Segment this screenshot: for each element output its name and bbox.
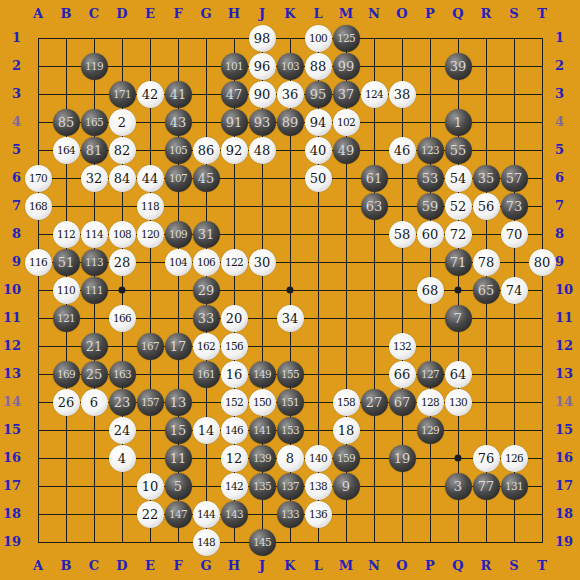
black-stone-P7-move-59[interactable]: 59 — [417, 193, 444, 220]
col-label-Q: Q — [444, 6, 472, 22]
row-label-12: 12 — [0, 332, 21, 360]
black-stone-F5-move-105[interactable]: 105 — [165, 137, 192, 164]
white-stone-H14-move-152[interactable]: 152 — [221, 389, 248, 416]
white-stone-E3-move-42[interactable]: 42 — [137, 81, 164, 108]
row-label-18: 18 — [0, 500, 21, 528]
white-stone-D11-move-166[interactable]: 166 — [109, 305, 136, 332]
black-stone-E12-move-167[interactable]: 167 — [137, 333, 164, 360]
white-stone-D15-move-24[interactable]: 24 — [109, 417, 136, 444]
white-stone-H11-move-20[interactable]: 20 — [221, 305, 248, 332]
black-stone-F3-move-41[interactable]: 41 — [165, 81, 192, 108]
column-labels-top: ABCDEFGHJKLMNOPQRST — [24, 6, 556, 22]
col-label-G: G — [192, 558, 220, 574]
col-label-J: J — [248, 558, 276, 574]
row-label-18: 18 — [555, 500, 579, 528]
white-stone-Q14-move-130[interactable]: 130 — [445, 389, 472, 416]
white-stone-H16-move-12[interactable]: 12 — [221, 445, 248, 472]
row-label-1: 1 — [0, 24, 21, 52]
white-stone-Q7-move-52[interactable]: 52 — [445, 193, 472, 220]
col-label-S: S — [500, 558, 528, 574]
white-stone-P14-move-128[interactable]: 128 — [417, 389, 444, 416]
black-stone-Q5-move-55[interactable]: 55 — [445, 137, 472, 164]
white-stone-G15-move-14[interactable]: 14 — [193, 417, 220, 444]
white-stone-J2-move-96[interactable]: 96 — [249, 53, 276, 80]
white-stone-D6-move-84[interactable]: 84 — [109, 165, 136, 192]
white-stone-H9-move-122[interactable]: 122 — [221, 249, 248, 276]
white-stone-J3-move-90[interactable]: 90 — [249, 81, 276, 108]
row-label-16: 16 — [0, 444, 21, 472]
col-label-O: O — [388, 558, 416, 574]
black-stone-K17-move-137[interactable]: 137 — [277, 473, 304, 500]
col-label-J: J — [248, 6, 276, 22]
white-stone-F9-move-104[interactable]: 104 — [165, 249, 192, 276]
row-label-14: 14 — [0, 388, 21, 416]
black-stone-F15-move-15[interactable]: 15 — [165, 417, 192, 444]
white-stone-P10-move-68[interactable]: 68 — [417, 277, 444, 304]
black-stone-J13-move-149[interactable]: 149 — [249, 361, 276, 388]
col-label-M: M — [332, 558, 360, 574]
row-label-5: 5 — [0, 136, 21, 164]
col-label-F: F — [164, 558, 192, 574]
row-labels-left: 12345678910111213141516171819 — [0, 24, 21, 556]
white-stone-A6-move-170[interactable]: 170 — [25, 165, 52, 192]
black-stone-B13-move-169[interactable]: 169 — [53, 361, 80, 388]
white-stone-S16-move-126[interactable]: 126 — [501, 445, 528, 472]
white-stone-J1-move-98[interactable]: 98 — [249, 25, 276, 52]
col-label-R: R — [472, 558, 500, 574]
row-label-8: 8 — [555, 220, 579, 248]
black-stone-H3-move-47[interactable]: 47 — [221, 81, 248, 108]
white-stone-B8-move-112[interactable]: 112 — [53, 221, 80, 248]
white-stone-O8-move-58[interactable]: 58 — [389, 221, 416, 248]
col-label-G: G — [192, 6, 220, 22]
row-label-12: 12 — [555, 332, 579, 360]
black-stone-G10-move-29[interactable]: 29 — [193, 277, 220, 304]
row-label-6: 6 — [555, 164, 579, 192]
col-label-A: A — [24, 6, 52, 22]
row-label-10: 10 — [555, 276, 579, 304]
row-label-3: 3 — [555, 80, 579, 108]
col-label-H: H — [220, 558, 248, 574]
row-label-6: 6 — [0, 164, 21, 192]
black-stone-F18-move-147[interactable]: 147 — [165, 501, 192, 528]
row-label-7: 7 — [555, 192, 579, 220]
black-stone-G6-move-45[interactable]: 45 — [193, 165, 220, 192]
black-stone-S6-move-57[interactable]: 57 — [501, 165, 528, 192]
white-stone-C6-move-32[interactable]: 32 — [81, 165, 108, 192]
row-label-15: 15 — [555, 416, 579, 444]
black-stone-K13-move-155[interactable]: 155 — [277, 361, 304, 388]
white-stone-M15-move-18[interactable]: 18 — [333, 417, 360, 444]
white-stone-O3-move-38[interactable]: 38 — [389, 81, 416, 108]
black-stone-S17-move-131[interactable]: 131 — [501, 473, 528, 500]
black-stone-Q9-move-71[interactable]: 71 — [445, 249, 472, 276]
white-stone-H5-move-92[interactable]: 92 — [221, 137, 248, 164]
col-label-N: N — [360, 6, 388, 22]
col-label-B: B — [52, 6, 80, 22]
white-stone-H15-move-146[interactable]: 146 — [221, 417, 248, 444]
white-stone-B10-move-110[interactable]: 110 — [53, 277, 80, 304]
black-stone-K14-move-151[interactable]: 151 — [277, 389, 304, 416]
white-stone-S10-move-74[interactable]: 74 — [501, 277, 528, 304]
black-stone-F4-move-43[interactable]: 43 — [165, 109, 192, 136]
col-label-S: S — [500, 6, 528, 22]
row-label-5: 5 — [555, 136, 579, 164]
white-stone-E7-move-118[interactable]: 118 — [137, 193, 164, 220]
row-label-17: 17 — [555, 472, 579, 500]
white-stone-E18-move-22[interactable]: 22 — [137, 501, 164, 528]
row-labels-right: 12345678910111213141516171819 — [555, 24, 579, 556]
white-stone-J14-move-150[interactable]: 150 — [249, 389, 276, 416]
black-stone-G11-move-33[interactable]: 33 — [193, 305, 220, 332]
white-stone-R9-move-78[interactable]: 78 — [473, 249, 500, 276]
black-stone-C9-move-113[interactable]: 113 — [81, 249, 108, 276]
white-stone-G19-move-148[interactable]: 148 — [193, 529, 220, 556]
white-stone-O12-move-132[interactable]: 132 — [389, 333, 416, 360]
black-stone-K18-move-133[interactable]: 133 — [277, 501, 304, 528]
row-label-8: 8 — [0, 220, 21, 248]
black-stone-M1-move-125[interactable]: 125 — [333, 25, 360, 52]
black-stone-P13-move-127[interactable]: 127 — [417, 361, 444, 388]
white-stone-J5-move-48[interactable]: 48 — [249, 137, 276, 164]
white-stone-G12-move-162[interactable]: 162 — [193, 333, 220, 360]
row-label-7: 7 — [0, 192, 21, 220]
white-stone-A9-move-116[interactable]: 116 — [25, 249, 52, 276]
white-stone-L17-move-138[interactable]: 138 — [305, 473, 332, 500]
black-stone-F12-move-17[interactable]: 17 — [165, 333, 192, 360]
row-label-19: 19 — [555, 528, 579, 556]
black-stone-G13-move-161[interactable]: 161 — [193, 361, 220, 388]
black-stone-O14-move-67[interactable]: 67 — [389, 389, 416, 416]
col-label-K: K — [276, 6, 304, 22]
row-label-9: 9 — [0, 248, 21, 276]
row-label-13: 13 — [555, 360, 579, 388]
black-stone-N6-move-61[interactable]: 61 — [361, 165, 388, 192]
black-stone-N7-move-63[interactable]: 63 — [361, 193, 388, 220]
white-stone-J9-move-30[interactable]: 30 — [249, 249, 276, 276]
black-stone-K15-move-153[interactable]: 153 — [277, 417, 304, 444]
black-stone-R17-move-77[interactable]: 77 — [473, 473, 500, 500]
white-stone-R7-move-56[interactable]: 56 — [473, 193, 500, 220]
white-stone-P8-move-60[interactable]: 60 — [417, 221, 444, 248]
white-stone-G18-move-144[interactable]: 144 — [193, 501, 220, 528]
white-stone-D4-move-2[interactable]: 2 — [109, 109, 136, 136]
white-stone-K11-move-34[interactable]: 34 — [277, 305, 304, 332]
col-label-L: L — [304, 6, 332, 22]
col-label-D: D — [108, 6, 136, 22]
col-label-B: B — [52, 558, 80, 574]
black-stone-R6-move-35[interactable]: 35 — [473, 165, 500, 192]
col-label-E: E — [136, 558, 164, 574]
col-label-D: D — [108, 558, 136, 574]
black-stone-D3-move-171[interactable]: 171 — [109, 81, 136, 108]
col-label-P: P — [416, 6, 444, 22]
white-stone-Q8-move-72[interactable]: 72 — [445, 221, 472, 248]
black-stone-P15-move-129[interactable]: 129 — [417, 417, 444, 444]
white-stone-E6-move-44[interactable]: 44 — [137, 165, 164, 192]
col-label-Q: Q — [444, 558, 472, 574]
black-stone-Q2-move-39[interactable]: 39 — [445, 53, 472, 80]
white-stone-L2-move-88[interactable]: 88 — [305, 53, 332, 80]
row-label-1: 1 — [555, 24, 579, 52]
white-stone-M14-move-158[interactable]: 158 — [333, 389, 360, 416]
black-stone-L3-move-95[interactable]: 95 — [305, 81, 332, 108]
black-stone-C13-move-25[interactable]: 25 — [81, 361, 108, 388]
white-stone-L18-move-136[interactable]: 136 — [305, 501, 332, 528]
black-stone-F8-move-109[interactable]: 109 — [165, 221, 192, 248]
white-stone-L5-move-40[interactable]: 40 — [305, 137, 332, 164]
row-label-2: 2 — [0, 52, 21, 80]
black-stone-M3-move-37[interactable]: 37 — [333, 81, 360, 108]
col-label-H: H — [220, 6, 248, 22]
white-stone-D9-move-28[interactable]: 28 — [109, 249, 136, 276]
white-stone-H13-move-16[interactable]: 16 — [221, 361, 248, 388]
row-label-3: 3 — [0, 80, 21, 108]
col-label-P: P — [416, 558, 444, 574]
row-label-17: 17 — [0, 472, 21, 500]
black-stone-C4-move-165[interactable]: 165 — [81, 109, 108, 136]
white-stone-D8-move-108[interactable]: 108 — [109, 221, 136, 248]
stones-layer: 9810012511910196103889939171424147903695… — [24, 24, 556, 556]
row-label-4: 4 — [0, 108, 21, 136]
white-stone-C8-move-114[interactable]: 114 — [81, 221, 108, 248]
white-stone-K16-move-8[interactable]: 8 — [277, 445, 304, 472]
black-stone-F17-move-5[interactable]: 5 — [165, 473, 192, 500]
row-label-11: 11 — [0, 304, 21, 332]
white-stone-E8-move-120[interactable]: 120 — [137, 221, 164, 248]
white-stone-L1-move-100[interactable]: 100 — [305, 25, 332, 52]
white-stone-G9-move-106[interactable]: 106 — [193, 249, 220, 276]
white-stone-S8-move-70[interactable]: 70 — [501, 221, 528, 248]
col-label-C: C — [80, 558, 108, 574]
go-board-window: ABCDEFGHJKLMNOPQRST ABCDEFGHJKLMNOPQRST … — [0, 0, 580, 580]
black-stone-Q11-move-7[interactable]: 7 — [445, 305, 472, 332]
column-labels-bottom: ABCDEFGHJKLMNOPQRST — [24, 558, 556, 574]
col-label-L: L — [304, 558, 332, 574]
row-label-13: 13 — [0, 360, 21, 388]
black-stone-N14-move-27[interactable]: 27 — [361, 389, 388, 416]
row-label-16: 16 — [555, 444, 579, 472]
black-stone-F6-move-107[interactable]: 107 — [165, 165, 192, 192]
black-stone-D13-move-163[interactable]: 163 — [109, 361, 136, 388]
white-stone-H17-move-142[interactable]: 142 — [221, 473, 248, 500]
col-label-T: T — [528, 558, 556, 574]
white-stone-L6-move-50[interactable]: 50 — [305, 165, 332, 192]
black-stone-P5-move-123[interactable]: 123 — [417, 137, 444, 164]
black-stone-D14-move-23[interactable]: 23 — [109, 389, 136, 416]
white-stone-Q13-move-64[interactable]: 64 — [445, 361, 472, 388]
white-stone-M4-move-102[interactable]: 102 — [333, 109, 360, 136]
black-stone-C2-move-119[interactable]: 119 — [81, 53, 108, 80]
black-stone-Q4-move-1[interactable]: 1 — [445, 109, 472, 136]
col-label-K: K — [276, 558, 304, 574]
row-label-4: 4 — [555, 108, 579, 136]
col-label-R: R — [472, 6, 500, 22]
col-label-A: A — [24, 558, 52, 574]
black-stone-K4-move-89[interactable]: 89 — [277, 109, 304, 136]
col-label-T: T — [528, 6, 556, 22]
black-stone-C12-move-21[interactable]: 21 — [81, 333, 108, 360]
white-stone-B14-move-26[interactable]: 26 — [53, 389, 80, 416]
black-stone-J15-move-141[interactable]: 141 — [249, 417, 276, 444]
white-stone-A7-move-168[interactable]: 168 — [25, 193, 52, 220]
white-stone-C14-move-6[interactable]: 6 — [81, 389, 108, 416]
black-stone-F16-move-11[interactable]: 11 — [165, 445, 192, 472]
row-label-15: 15 — [0, 416, 21, 444]
white-stone-D16-move-4[interactable]: 4 — [109, 445, 136, 472]
black-stone-Q17-move-3[interactable]: 3 — [445, 473, 472, 500]
black-stone-B9-move-51[interactable]: 51 — [53, 249, 80, 276]
black-stone-K2-move-103[interactable]: 103 — [277, 53, 304, 80]
black-stone-S7-move-73[interactable]: 73 — [501, 193, 528, 220]
black-stone-J19-move-145[interactable]: 145 — [249, 529, 276, 556]
white-stone-Q6-move-54[interactable]: 54 — [445, 165, 472, 192]
row-label-2: 2 — [555, 52, 579, 80]
black-stone-P6-move-53[interactable]: 53 — [417, 165, 444, 192]
black-stone-O16-move-19[interactable]: 19 — [389, 445, 416, 472]
white-stone-D5-move-82[interactable]: 82 — [109, 137, 136, 164]
black-stone-B4-move-85[interactable]: 85 — [53, 109, 80, 136]
black-stone-C10-move-111[interactable]: 111 — [81, 277, 108, 304]
black-stone-H4-move-91[interactable]: 91 — [221, 109, 248, 136]
white-stone-O5-move-46[interactable]: 46 — [389, 137, 416, 164]
black-stone-B11-move-121[interactable]: 121 — [53, 305, 80, 332]
col-label-C: C — [80, 6, 108, 22]
white-stone-R16-move-76[interactable]: 76 — [473, 445, 500, 472]
black-stone-J4-move-93[interactable]: 93 — [249, 109, 276, 136]
row-label-11: 11 — [555, 304, 579, 332]
col-label-N: N — [360, 558, 388, 574]
black-stone-M2-move-99[interactable]: 99 — [333, 53, 360, 80]
black-stone-E14-move-157[interactable]: 157 — [137, 389, 164, 416]
black-stone-C5-move-81[interactable]: 81 — [81, 137, 108, 164]
black-stone-G8-move-31[interactable]: 31 — [193, 221, 220, 248]
white-stone-G5-move-86[interactable]: 86 — [193, 137, 220, 164]
white-stone-L4-move-94[interactable]: 94 — [305, 109, 332, 136]
black-stone-M17-move-9[interactable]: 9 — [333, 473, 360, 500]
white-stone-H12-move-156[interactable]: 156 — [221, 333, 248, 360]
black-stone-J16-move-139[interactable]: 139 — [249, 445, 276, 472]
black-stone-H2-move-101[interactable]: 101 — [221, 53, 248, 80]
black-stone-F14-move-13[interactable]: 13 — [165, 389, 192, 416]
white-stone-O13-move-66[interactable]: 66 — [389, 361, 416, 388]
black-stone-H18-move-143[interactable]: 143 — [221, 501, 248, 528]
black-stone-M16-move-159[interactable]: 159 — [333, 445, 360, 472]
white-stone-L16-move-140[interactable]: 140 — [305, 445, 332, 472]
col-label-F: F — [164, 6, 192, 22]
white-stone-B5-move-164[interactable]: 164 — [53, 137, 80, 164]
white-stone-N3-move-124[interactable]: 124 — [361, 81, 388, 108]
row-label-14: 14 — [555, 388, 579, 416]
col-label-M: M — [332, 6, 360, 22]
row-label-19: 19 — [0, 528, 21, 556]
black-stone-J17-move-135[interactable]: 135 — [249, 473, 276, 500]
row-label-10: 10 — [0, 276, 21, 304]
row-label-9: 9 — [555, 248, 579, 276]
white-stone-T9-move-80[interactable]: 80 — [529, 249, 556, 276]
black-stone-M5-move-49[interactable]: 49 — [333, 137, 360, 164]
col-label-E: E — [136, 6, 164, 22]
white-stone-K3-move-36[interactable]: 36 — [277, 81, 304, 108]
col-label-O: O — [388, 6, 416, 22]
white-stone-E17-move-10[interactable]: 10 — [137, 473, 164, 500]
black-stone-R10-move-65[interactable]: 65 — [473, 277, 500, 304]
